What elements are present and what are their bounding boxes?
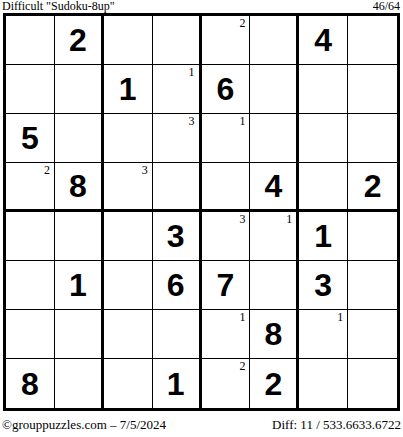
given-digit: 2: [364, 170, 382, 202]
cell-r4c4[interactable]: [153, 163, 202, 212]
given-digit: 3: [167, 220, 185, 252]
given-digit: 1: [167, 368, 185, 400]
pencil-mark: 1: [189, 66, 195, 79]
given-digit: 8: [69, 170, 87, 202]
given-digit: 8: [264, 318, 282, 350]
given-digit: 1: [314, 220, 332, 252]
pencil-mark: 3: [189, 115, 195, 128]
blank-cell-counter: 46/64: [373, 0, 400, 14]
cell-r7c5[interactable]: 1: [202, 310, 251, 359]
cell-r1c7[interactable]: 4: [299, 16, 348, 65]
cell-r3c6[interactable]: [250, 114, 299, 163]
cell-r4c3[interactable]: 3: [104, 163, 153, 212]
cell-r4c6[interactable]: 4: [250, 163, 299, 212]
pencil-mark: 1: [337, 311, 343, 324]
cell-r6c1[interactable]: [6, 261, 55, 310]
cell-r6c5[interactable]: 7: [202, 261, 251, 310]
given-digit: 3: [314, 269, 332, 301]
cell-r6c7[interactable]: 3: [299, 261, 348, 310]
cell-r8c2[interactable]: [55, 359, 104, 408]
cell-r3c2[interactable]: [55, 114, 104, 163]
cell-r4c8[interactable]: 2: [348, 163, 397, 212]
cell-r2c8[interactable]: [348, 65, 397, 114]
given-digit: 4: [314, 24, 332, 56]
pencil-mark: 3: [239, 213, 245, 226]
cell-r6c4[interactable]: 6: [153, 261, 202, 310]
pencil-mark: 2: [44, 164, 50, 177]
cell-r5c1[interactable]: [6, 212, 55, 261]
cell-r4c7[interactable]: [299, 163, 348, 212]
cell-r1c1[interactable]: [6, 16, 55, 65]
cell-r3c8[interactable]: [348, 114, 397, 163]
cell-r2c4[interactable]: 1: [153, 65, 202, 114]
cell-r6c8[interactable]: [348, 261, 397, 310]
pencil-mark: 2: [239, 17, 245, 30]
cell-r1c8[interactable]: [348, 16, 397, 65]
difficulty-text: Diff: 11 / 533.6633.6722: [272, 417, 401, 433]
cell-r7c3[interactable]: [104, 310, 153, 359]
cell-r2c2[interactable]: [55, 65, 104, 114]
cell-r7c1[interactable]: [6, 310, 55, 359]
cell-r1c3[interactable]: [104, 16, 153, 65]
cell-r5c5[interactable]: 3: [202, 212, 251, 261]
cell-r3c1[interactable]: 5: [6, 114, 55, 163]
cell-r1c5[interactable]: 2: [202, 16, 251, 65]
cell-r6c6[interactable]: [250, 261, 299, 310]
cell-r7c4[interactable]: [153, 310, 202, 359]
pencil-mark: 1: [239, 311, 245, 324]
cell-r8c5[interactable]: 2: [202, 359, 251, 408]
pencil-mark: 2: [239, 360, 245, 373]
cell-r2c7[interactable]: [299, 65, 348, 114]
puzzle-page: Difficult "Sudoku-8up" 46/64 22411653128…: [0, 0, 403, 437]
cell-r6c3[interactable]: [104, 261, 153, 310]
cell-r7c8[interactable]: [348, 310, 397, 359]
given-digit: 7: [217, 269, 235, 301]
copyright-date-text: ©grouppuzzles.com – 7/5/2024: [2, 417, 166, 433]
cell-r6c2[interactable]: 1: [55, 261, 104, 310]
given-digit: 5: [21, 122, 39, 154]
cell-r8c4[interactable]: 1: [153, 359, 202, 408]
cell-r5c4[interactable]: 3: [153, 212, 202, 261]
cell-r2c3[interactable]: 1: [104, 65, 153, 114]
cell-r5c7[interactable]: 1: [299, 212, 348, 261]
given-digit: 6: [217, 73, 235, 105]
cell-r8c3[interactable]: [104, 359, 153, 408]
cell-r8c1[interactable]: 8: [6, 359, 55, 408]
cell-r8c6[interactable]: 2: [250, 359, 299, 408]
pencil-mark: 3: [142, 164, 148, 177]
cell-r8c8[interactable]: [348, 359, 397, 408]
cell-r3c4[interactable]: 3: [153, 114, 202, 163]
given-digit: 1: [119, 73, 137, 105]
given-digit: 4: [264, 170, 282, 202]
given-digit: 2: [69, 24, 87, 56]
puzzle-title: Difficult "Sudoku-8up": [2, 0, 115, 14]
pencil-mark: 1: [239, 115, 245, 128]
cell-r5c2[interactable]: [55, 212, 104, 261]
cell-r3c7[interactable]: [299, 114, 348, 163]
sudoku-board: 22411653128342331116731818122: [3, 13, 400, 411]
cell-r5c3[interactable]: [104, 212, 153, 261]
cell-r3c5[interactable]: 1: [202, 114, 251, 163]
given-digit: 1: [69, 269, 87, 301]
cell-r1c4[interactable]: [153, 16, 202, 65]
pencil-mark: 1: [286, 213, 292, 226]
given-digit: 2: [264, 368, 282, 400]
cell-r3c3[interactable]: [104, 114, 153, 163]
cell-r4c2[interactable]: 8: [55, 163, 104, 212]
cell-r1c6[interactable]: [250, 16, 299, 65]
cell-r4c1[interactable]: 2: [6, 163, 55, 212]
cell-r7c2[interactable]: [55, 310, 104, 359]
cell-r7c6[interactable]: 8: [250, 310, 299, 359]
given-digit: 6: [167, 269, 185, 301]
cell-r1c2[interactable]: 2: [55, 16, 104, 65]
cell-r2c6[interactable]: [250, 65, 299, 114]
cell-r5c6[interactable]: 1: [250, 212, 299, 261]
cell-r8c7[interactable]: [299, 359, 348, 408]
given-digit: 8: [21, 368, 39, 400]
cell-r4c5[interactable]: [202, 163, 251, 212]
cell-r5c8[interactable]: [348, 212, 397, 261]
cell-r7c7[interactable]: 1: [299, 310, 348, 359]
cell-r2c5[interactable]: 6: [202, 65, 251, 114]
cell-r2c1[interactable]: [6, 65, 55, 114]
